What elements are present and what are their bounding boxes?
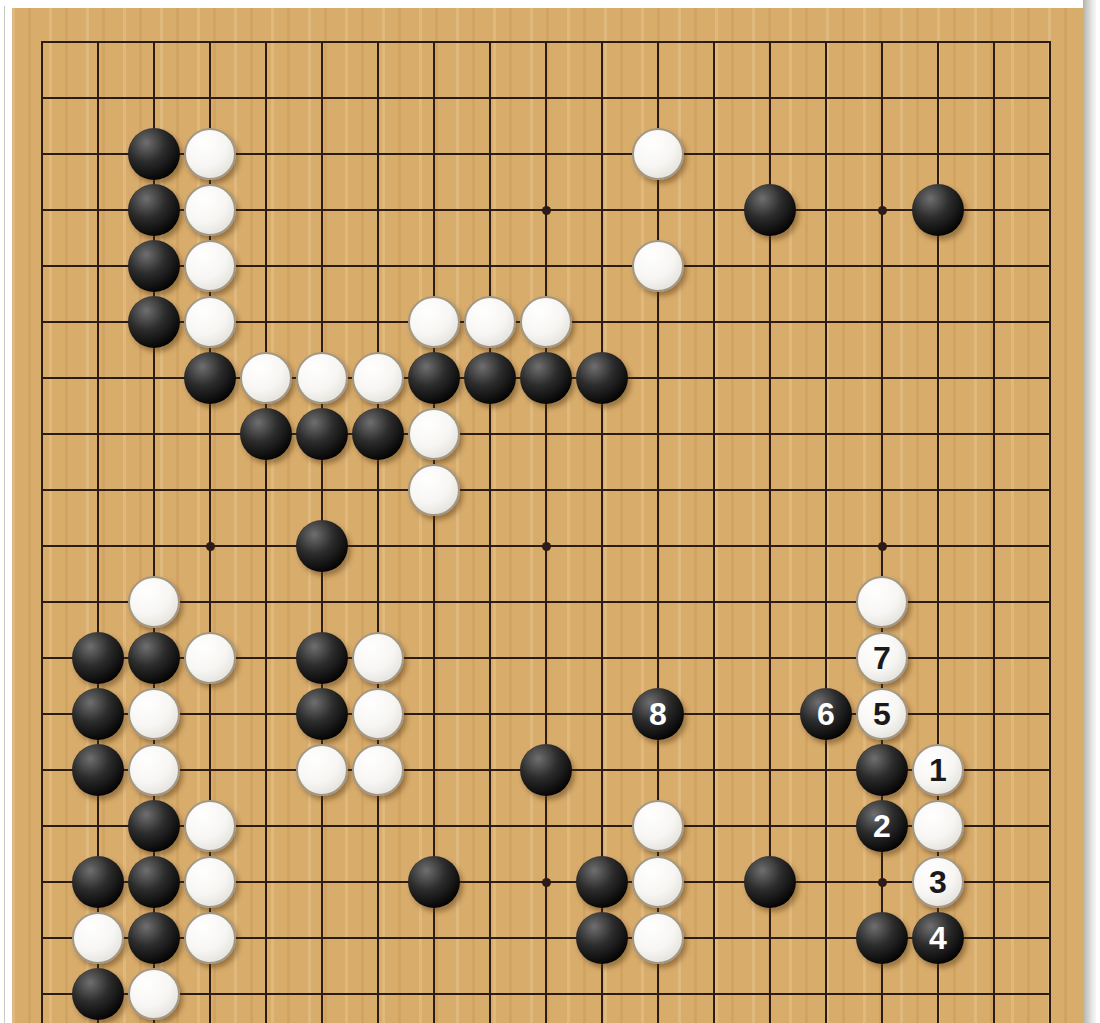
black-stone xyxy=(576,352,628,404)
page-left-border-line xyxy=(4,6,5,1023)
black-stone xyxy=(72,688,124,740)
black-stone xyxy=(520,744,572,796)
black-stone xyxy=(128,800,180,852)
white-stone xyxy=(128,744,180,796)
white-stone xyxy=(240,352,292,404)
black-stone xyxy=(184,352,236,404)
white-stone: 1 xyxy=(912,744,964,796)
white-stone xyxy=(128,576,180,628)
black-stone xyxy=(744,184,796,236)
black-stone xyxy=(296,688,348,740)
white-stone xyxy=(464,296,516,348)
move-number-label: 4 xyxy=(929,922,947,954)
black-stone xyxy=(72,632,124,684)
white-stone xyxy=(352,632,404,684)
black-stone xyxy=(240,408,292,460)
white-stone: 3 xyxy=(912,856,964,908)
black-stone xyxy=(576,856,628,908)
black-stone xyxy=(408,352,460,404)
white-stone xyxy=(408,296,460,348)
white-stone xyxy=(408,464,460,516)
white-stone xyxy=(128,968,180,1020)
white-stone xyxy=(632,240,684,292)
white-stone: 5 xyxy=(856,688,908,740)
white-stone xyxy=(352,352,404,404)
black-stone: 4 xyxy=(912,912,964,964)
black-stone xyxy=(856,912,908,964)
star-point xyxy=(878,878,887,887)
black-stone xyxy=(744,856,796,908)
white-stone xyxy=(352,688,404,740)
white-stone: 7 xyxy=(856,632,908,684)
move-number-label: 1 xyxy=(929,754,947,786)
black-stone: 6 xyxy=(800,688,852,740)
white-stone xyxy=(184,184,236,236)
white-stone xyxy=(184,128,236,180)
black-stone xyxy=(856,744,908,796)
black-stone xyxy=(296,632,348,684)
black-stone xyxy=(464,352,516,404)
white-stone xyxy=(632,912,684,964)
white-stone xyxy=(184,632,236,684)
black-stone: 2 xyxy=(856,800,908,852)
page: 78651234 xyxy=(0,0,1100,1023)
black-stone xyxy=(128,128,180,180)
black-stone xyxy=(72,744,124,796)
white-stone xyxy=(184,856,236,908)
white-stone xyxy=(632,856,684,908)
white-stone xyxy=(632,800,684,852)
star-point xyxy=(542,206,551,215)
black-stone xyxy=(128,912,180,964)
star-point xyxy=(542,542,551,551)
go-board: 78651234 xyxy=(12,8,1083,1023)
white-stone xyxy=(128,688,180,740)
star-point xyxy=(878,206,887,215)
star-point xyxy=(542,878,551,887)
black-stone xyxy=(576,912,628,964)
black-stone xyxy=(296,520,348,572)
black-stone xyxy=(128,856,180,908)
white-stone xyxy=(184,800,236,852)
move-number-label: 3 xyxy=(929,866,947,898)
black-stone xyxy=(912,184,964,236)
board-right-edge-shadow xyxy=(1083,0,1096,1023)
white-stone xyxy=(296,352,348,404)
star-point xyxy=(206,542,215,551)
white-stone xyxy=(72,912,124,964)
black-stone xyxy=(520,352,572,404)
black-stone xyxy=(128,632,180,684)
white-stone xyxy=(856,576,908,628)
black-stone xyxy=(296,408,348,460)
white-stone xyxy=(352,744,404,796)
white-stone xyxy=(184,912,236,964)
black-stone xyxy=(128,184,180,236)
move-number-label: 8 xyxy=(649,698,667,730)
white-stone xyxy=(632,128,684,180)
star-point xyxy=(878,542,887,551)
white-stone xyxy=(912,800,964,852)
white-stone xyxy=(296,744,348,796)
move-number-label: 2 xyxy=(873,810,891,842)
black-stone xyxy=(72,968,124,1020)
white-stone xyxy=(184,240,236,292)
black-stone xyxy=(72,856,124,908)
white-stone xyxy=(184,296,236,348)
move-number-label: 6 xyxy=(817,698,835,730)
move-number-label: 5 xyxy=(873,698,891,730)
move-number-label: 7 xyxy=(873,642,891,674)
black-stone xyxy=(128,240,180,292)
black-stone xyxy=(128,296,180,348)
white-stone xyxy=(408,408,460,460)
black-stone xyxy=(352,408,404,460)
white-stone xyxy=(520,296,572,348)
black-stone xyxy=(408,856,460,908)
black-stone: 8 xyxy=(632,688,684,740)
